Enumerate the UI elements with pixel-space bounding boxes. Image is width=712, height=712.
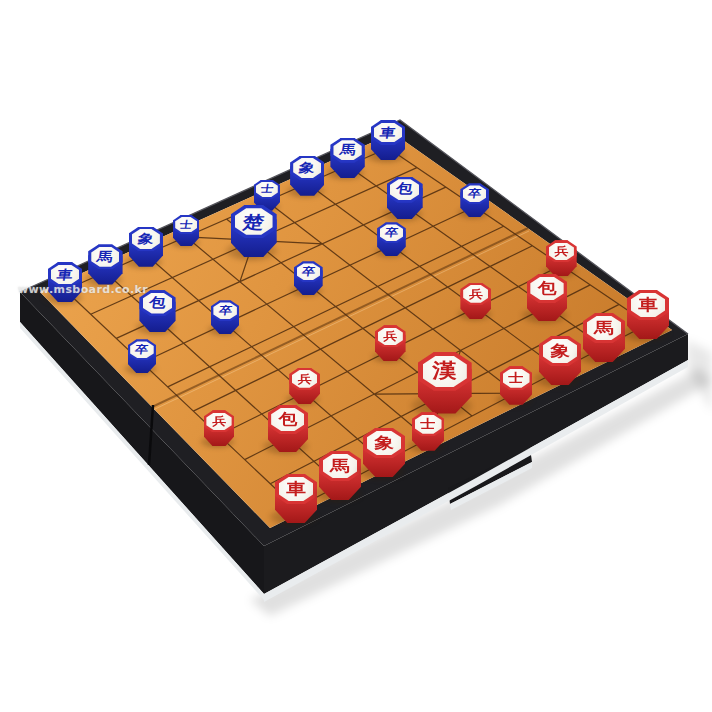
piece-cho-馬-f2r1[interactable]: 馬 <box>88 244 122 284</box>
piece-face: 馬 <box>91 247 119 267</box>
piece-character: 楚 <box>242 213 266 230</box>
piece-cho-象-f3r1[interactable]: 象 <box>129 227 163 267</box>
piece-han-士-f4r10[interactable]: 士 <box>412 412 445 451</box>
piece-face: 兵 <box>463 285 488 303</box>
piece-face: 車 <box>631 293 666 317</box>
piece-character: 馬 <box>330 458 350 474</box>
piece-top: 卒 <box>128 339 157 360</box>
piece-character: 馬 <box>594 320 614 336</box>
piece-han-象-f3r10[interactable]: 象 <box>363 428 405 478</box>
piece-han-兵-f7r7[interactable]: 兵 <box>460 283 491 319</box>
piece-character: 兵 <box>554 246 568 257</box>
piece-face: 象 <box>543 339 578 363</box>
piece-top: 車 <box>627 290 669 321</box>
piece-face: 卒 <box>380 224 404 241</box>
piece-cho-楚-f5r2[interactable]: 楚 <box>231 205 277 257</box>
piece-top: 卒 <box>460 183 489 204</box>
piece-character: 兵 <box>469 288 483 299</box>
piece-face: 象 <box>367 431 402 455</box>
piece-character: 兵 <box>297 373 311 384</box>
piece-face: 卒 <box>463 185 487 202</box>
piece-character: 士 <box>260 184 274 194</box>
piece-han-象-f7r10[interactable]: 象 <box>539 336 581 386</box>
piece-top: 士 <box>254 180 281 199</box>
piece-character: 象 <box>374 435 394 451</box>
piece-character: 車 <box>56 268 74 281</box>
piece-face: 卒 <box>130 341 154 358</box>
piece-cho-卒-f5r4[interactable]: 卒 <box>294 261 323 295</box>
piece-face: 馬 <box>587 316 622 340</box>
piece-cho-車-f9r1[interactable]: 車 <box>371 120 405 160</box>
piece-top: 象 <box>290 156 324 181</box>
piece-top: 士 <box>173 215 200 234</box>
piece-character: 象 <box>137 233 155 246</box>
piece-top: 兵 <box>289 368 320 390</box>
piece-top: 兵 <box>546 240 577 262</box>
piece-face: 象 <box>132 229 160 249</box>
piece-face: 漢 <box>423 356 467 387</box>
piece-han-漢-f5r9[interactable]: 漢 <box>418 352 472 414</box>
piece-character: 馬 <box>339 144 357 157</box>
piece-top: 象 <box>363 428 405 459</box>
piece-han-車-f9r10[interactable]: 車 <box>627 290 669 340</box>
piece-top: 士 <box>500 366 533 390</box>
piece-face: 兵 <box>549 243 574 261</box>
piece-face: 象 <box>293 158 321 178</box>
piece-character: 車 <box>379 126 397 139</box>
watermark: www.msboard.co.kr <box>18 283 148 296</box>
piece-character: 卒 <box>218 305 233 316</box>
piece-face: 楚 <box>235 208 273 234</box>
piece-face: 卒 <box>213 302 237 319</box>
piece-character: 士 <box>179 220 193 230</box>
piece-face: 士 <box>415 415 442 434</box>
piece-top: 象 <box>539 336 581 367</box>
piece-cho-馬-f8r1[interactable]: 馬 <box>330 138 364 178</box>
piece-cho-卒-f1r4[interactable]: 卒 <box>128 339 157 373</box>
piece-character: 包 <box>395 183 414 196</box>
piece-character: 兵 <box>212 416 226 427</box>
piece-face: 車 <box>374 123 402 143</box>
piece-top: 包 <box>387 177 423 203</box>
piece-top: 兵 <box>204 410 235 432</box>
piece-character: 士 <box>508 372 523 384</box>
piece-han-兵-f5r7[interactable]: 兵 <box>375 325 406 361</box>
piece-character: 象 <box>550 343 570 359</box>
piece-cho-象-f7r1[interactable]: 象 <box>290 156 324 196</box>
piece-face: 車 <box>279 477 314 501</box>
piece-character: 士 <box>420 418 435 430</box>
janggi-set-product-photo: 車馬象士士象馬車楚包包卒卒卒卒卒兵兵兵兵兵包包漢車馬象士士象馬車 www.msb… <box>0 0 712 712</box>
piece-top: 車 <box>371 120 405 145</box>
piece-han-兵-f3r7[interactable]: 兵 <box>289 368 320 404</box>
piece-top: 馬 <box>88 244 122 269</box>
piece-face: 包 <box>271 408 304 431</box>
piece-character: 兵 <box>383 331 397 342</box>
piece-top: 馬 <box>583 313 625 344</box>
piece-face: 包 <box>390 179 420 200</box>
piece-han-包-f2r8[interactable]: 包 <box>268 405 309 453</box>
piece-cho-士-f4r1[interactable]: 士 <box>173 215 200 246</box>
piece-face: 馬 <box>323 454 358 478</box>
piece-face: 兵 <box>378 328 403 346</box>
piece-character: 象 <box>298 162 316 175</box>
piece-han-包-f8r8[interactable]: 包 <box>527 274 568 322</box>
piece-character: 卒 <box>384 227 399 238</box>
piece-top: 包 <box>527 274 568 303</box>
piece-face: 士 <box>256 182 278 197</box>
piece-han-馬-f2r10[interactable]: 馬 <box>319 451 361 501</box>
piece-cho-卒-f9r4[interactable]: 卒 <box>460 183 489 217</box>
piece-cho-包-f2r3[interactable]: 包 <box>139 290 175 332</box>
piece-top: 士 <box>412 412 445 436</box>
piece-han-兵-f9r7[interactable]: 兵 <box>546 240 577 276</box>
piece-character: 卒 <box>135 344 150 355</box>
piece-character: 包 <box>538 281 557 296</box>
piece-han-車-f1r10[interactable]: 車 <box>275 474 317 524</box>
piece-top: 兵 <box>375 325 406 347</box>
piece-face: 馬 <box>333 140 361 160</box>
piece-top: 馬 <box>330 138 364 163</box>
piece-top: 漢 <box>418 352 472 391</box>
piece-character: 車 <box>638 297 658 313</box>
piece-cho-包-f8r3[interactable]: 包 <box>387 177 423 219</box>
piece-top: 馬 <box>319 451 361 482</box>
piece-character: 卒 <box>301 266 316 277</box>
piece-cho-卒-f7r4[interactable]: 卒 <box>377 222 406 256</box>
piece-cho-卒-f3r4[interactable]: 卒 <box>211 300 240 334</box>
piece-top: 卒 <box>294 261 323 282</box>
piece-face: 車 <box>51 265 79 285</box>
piece-character: 漢 <box>432 361 457 381</box>
piece-han-馬-f8r10[interactable]: 馬 <box>583 313 625 363</box>
piece-face: 兵 <box>292 370 317 388</box>
piece-character: 包 <box>148 297 167 310</box>
piece-character: 馬 <box>97 250 115 263</box>
piece-top: 卒 <box>377 222 406 243</box>
piece-top: 包 <box>268 405 309 434</box>
piece-character: 車 <box>286 481 306 497</box>
piece-top: 楚 <box>231 205 277 238</box>
piece-top: 車 <box>275 474 317 505</box>
piece-character: 卒 <box>467 188 482 199</box>
piece-face: 卒 <box>297 263 321 280</box>
piece-face: 士 <box>175 217 197 232</box>
piece-han-兵-f1r7[interactable]: 兵 <box>204 410 235 446</box>
piece-character: 包 <box>278 412 297 427</box>
piece-top: 卒 <box>211 300 240 321</box>
pieces-layer: 車馬象士士象馬車楚包包卒卒卒卒卒兵兵兵兵兵包包漢車馬象士士象馬車 <box>0 0 712 712</box>
piece-face: 包 <box>530 277 563 300</box>
piece-face: 士 <box>503 369 530 388</box>
piece-face: 兵 <box>206 413 231 431</box>
piece-top: 兵 <box>460 283 491 305</box>
piece-han-士-f6r10[interactable]: 士 <box>500 366 533 405</box>
piece-top: 象 <box>129 227 163 252</box>
